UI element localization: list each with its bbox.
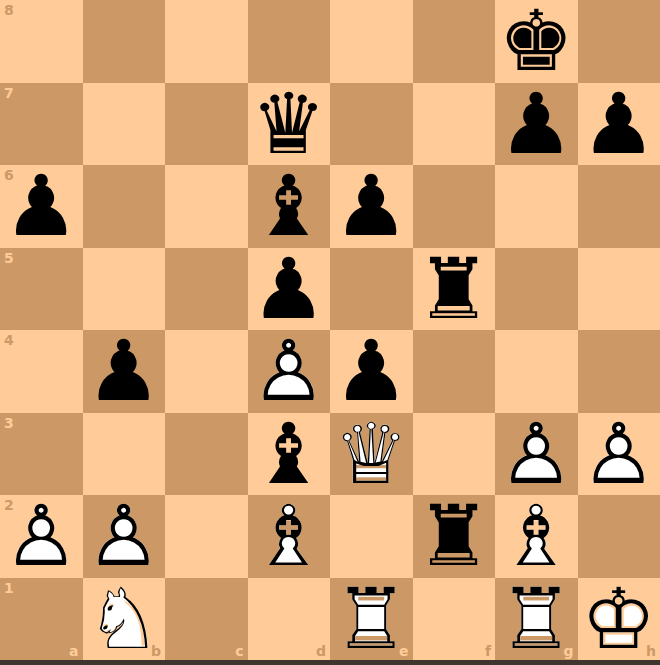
- black-queen-piece[interactable]: ♛: [248, 83, 331, 166]
- black-pawn-piece[interactable]: ♟: [0, 165, 83, 248]
- square-f2[interactable]: ♜: [413, 495, 496, 578]
- white-piece-fill: ♟: [581, 412, 656, 496]
- square-a6[interactable]: 6♟: [0, 165, 83, 248]
- rank-label-7: 7: [4, 86, 14, 100]
- square-g2[interactable]: ♝♗: [495, 495, 578, 578]
- bottom-border-bar: [0, 660, 660, 665]
- square-c7[interactable]: [165, 83, 248, 166]
- white-rook-piece[interactable]: ♜♖: [330, 578, 413, 661]
- white-piece-fill: ♟: [499, 412, 574, 496]
- white-piece-outline: ♙: [499, 412, 574, 496]
- square-e1[interactable]: e♜♖: [330, 578, 413, 661]
- square-g4[interactable]: [495, 330, 578, 413]
- black-piece-glyph: ♟: [581, 82, 656, 166]
- square-e5[interactable]: [330, 248, 413, 331]
- square-f8[interactable]: [413, 0, 496, 83]
- white-king-piece[interactable]: ♚♔: [578, 578, 660, 661]
- square-c1[interactable]: c: [165, 578, 248, 661]
- white-piece-outline: ♙: [581, 412, 656, 496]
- square-e6[interactable]: ♟: [330, 165, 413, 248]
- square-a2[interactable]: 2♟♙: [0, 495, 83, 578]
- square-d3[interactable]: ♝: [248, 413, 331, 496]
- black-pawn-piece[interactable]: ♟: [330, 165, 413, 248]
- rank-label-1: 1: [4, 581, 14, 595]
- white-piece-fill: ♜: [499, 577, 574, 661]
- white-bishop-piece[interactable]: ♝♗: [248, 495, 331, 578]
- white-pawn-piece[interactable]: ♟♙: [0, 495, 83, 578]
- square-e4[interactable]: ♟: [330, 330, 413, 413]
- rank-label-8: 8: [4, 3, 14, 17]
- square-d8[interactable]: [248, 0, 331, 83]
- white-piece-outline: ♗: [499, 494, 574, 578]
- square-h1[interactable]: h♚♔: [578, 578, 660, 661]
- square-c4[interactable]: [165, 330, 248, 413]
- black-rook-piece[interactable]: ♜: [413, 495, 496, 578]
- white-pawn-piece[interactable]: ♟♙: [83, 495, 166, 578]
- white-pawn-piece[interactable]: ♟♙: [248, 330, 331, 413]
- square-f1[interactable]: f: [413, 578, 496, 661]
- white-pawn-piece[interactable]: ♟♙: [578, 413, 660, 496]
- black-piece-glyph: ♟: [4, 164, 79, 248]
- square-a1[interactable]: 1a: [0, 578, 83, 661]
- square-d2[interactable]: ♝♗: [248, 495, 331, 578]
- square-g8[interactable]: ♚: [495, 0, 578, 83]
- square-h3[interactable]: ♟♙: [578, 413, 660, 496]
- black-piece-glyph: ♟: [251, 247, 326, 331]
- square-h5[interactable]: [578, 248, 660, 331]
- white-piece-outline: ♗: [251, 494, 326, 578]
- black-piece-glyph: ♜: [416, 494, 491, 578]
- square-c8[interactable]: [165, 0, 248, 83]
- black-pawn-piece[interactable]: ♟: [330, 330, 413, 413]
- square-h6[interactable]: [578, 165, 660, 248]
- square-a5[interactable]: 5: [0, 248, 83, 331]
- square-e8[interactable]: [330, 0, 413, 83]
- square-e3[interactable]: ♛♕: [330, 413, 413, 496]
- white-pawn-piece[interactable]: ♟♙: [495, 413, 578, 496]
- file-label-d: d: [316, 644, 326, 658]
- square-b5[interactable]: [83, 248, 166, 331]
- white-piece-outline: ♔: [581, 577, 656, 661]
- square-g7[interactable]: ♟: [495, 83, 578, 166]
- square-d1[interactable]: d: [248, 578, 331, 661]
- square-d7[interactable]: ♛: [248, 83, 331, 166]
- square-h8[interactable]: [578, 0, 660, 83]
- black-pawn-piece[interactable]: ♟: [495, 83, 578, 166]
- square-c3[interactable]: [165, 413, 248, 496]
- black-piece-glyph: ♟: [86, 329, 161, 413]
- square-d4[interactable]: ♟♙: [248, 330, 331, 413]
- file-label-c: c: [235, 644, 243, 658]
- black-piece-glyph: ♟: [334, 329, 409, 413]
- rank-label-3: 3: [4, 416, 14, 430]
- square-a3[interactable]: 3: [0, 413, 83, 496]
- black-piece-glyph: ♛: [251, 82, 326, 166]
- square-c2[interactable]: [165, 495, 248, 578]
- square-h2[interactable]: [578, 495, 660, 578]
- white-piece-fill: ♚: [581, 577, 656, 661]
- white-piece-fill: ♟: [4, 494, 79, 578]
- black-piece-glyph: ♝: [251, 164, 326, 248]
- square-h7[interactable]: ♟: [578, 83, 660, 166]
- white-knight-piece[interactable]: ♞♘: [83, 578, 166, 661]
- square-a4[interactable]: 4: [0, 330, 83, 413]
- square-b3[interactable]: [83, 413, 166, 496]
- square-a8[interactable]: 8: [0, 0, 83, 83]
- white-piece-outline: ♕: [334, 412, 409, 496]
- chess-board: 8♚7♛♟♟6♟♝♟5♟♜4♟♟♙♟3♝♛♕♟♙♟♙2♟♙♟♙♝♗♜♝♗1ab♞…: [0, 0, 660, 665]
- square-d6[interactable]: ♝: [248, 165, 331, 248]
- square-c6[interactable]: [165, 165, 248, 248]
- square-g1[interactable]: g♜♖: [495, 578, 578, 661]
- white-piece-outline: ♙: [86, 494, 161, 578]
- square-g5[interactable]: [495, 248, 578, 331]
- white-piece-fill: ♟: [251, 329, 326, 413]
- white-bishop-piece[interactable]: ♝♗: [495, 495, 578, 578]
- square-f3[interactable]: [413, 413, 496, 496]
- rank-label-4: 4: [4, 333, 14, 347]
- white-piece-fill: ♝: [499, 494, 574, 578]
- square-b8[interactable]: [83, 0, 166, 83]
- white-piece-outline: ♖: [334, 577, 409, 661]
- square-b4[interactable]: ♟: [83, 330, 166, 413]
- square-f7[interactable]: [413, 83, 496, 166]
- square-h4[interactable]: [578, 330, 660, 413]
- square-b7[interactable]: [83, 83, 166, 166]
- square-d5[interactable]: ♟: [248, 248, 331, 331]
- black-bishop-piece[interactable]: ♝: [248, 413, 331, 496]
- board-grid: 8♚7♛♟♟6♟♝♟5♟♜4♟♟♙♟3♝♛♕♟♙♟♙2♟♙♟♙♝♗♜♝♗1ab♞…: [0, 0, 660, 660]
- white-piece-fill: ♟: [86, 494, 161, 578]
- rank-label-5: 5: [4, 251, 14, 265]
- white-piece-outline: ♖: [499, 577, 574, 661]
- black-king-piece[interactable]: ♚: [495, 0, 578, 83]
- square-g6[interactable]: [495, 165, 578, 248]
- square-f5[interactable]: ♜: [413, 248, 496, 331]
- square-b1[interactable]: b♞♘: [83, 578, 166, 661]
- square-f6[interactable]: [413, 165, 496, 248]
- square-c5[interactable]: [165, 248, 248, 331]
- white-piece-fill: ♛: [334, 412, 409, 496]
- black-bishop-piece[interactable]: ♝: [248, 165, 331, 248]
- black-rook-piece[interactable]: ♜: [413, 248, 496, 331]
- black-piece-glyph: ♜: [416, 247, 491, 331]
- square-a7[interactable]: 7: [0, 83, 83, 166]
- file-label-f: f: [485, 644, 491, 658]
- white-piece-outline: ♙: [251, 329, 326, 413]
- square-b6[interactable]: [83, 165, 166, 248]
- square-g3[interactable]: ♟♙: [495, 413, 578, 496]
- black-piece-glyph: ♚: [499, 0, 574, 83]
- white-piece-fill: ♞: [86, 577, 161, 661]
- white-piece-outline: ♙: [4, 494, 79, 578]
- square-f4[interactable]: [413, 330, 496, 413]
- file-label-a: a: [69, 644, 78, 658]
- white-rook-piece[interactable]: ♜♖: [495, 578, 578, 661]
- black-piece-glyph: ♝: [251, 412, 326, 496]
- white-queen-piece[interactable]: ♛♕: [330, 413, 413, 496]
- black-piece-glyph: ♟: [499, 82, 574, 166]
- black-piece-glyph: ♟: [334, 164, 409, 248]
- white-piece-fill: ♜: [334, 577, 409, 661]
- square-b2[interactable]: ♟♙: [83, 495, 166, 578]
- white-piece-outline: ♘: [86, 577, 161, 661]
- black-pawn-piece[interactable]: ♟: [248, 248, 331, 331]
- white-piece-fill: ♝: [251, 494, 326, 578]
- square-e2[interactable]: [330, 495, 413, 578]
- square-e7[interactable]: [330, 83, 413, 166]
- black-pawn-piece[interactable]: ♟: [578, 83, 660, 166]
- black-pawn-piece[interactable]: ♟: [83, 330, 166, 413]
